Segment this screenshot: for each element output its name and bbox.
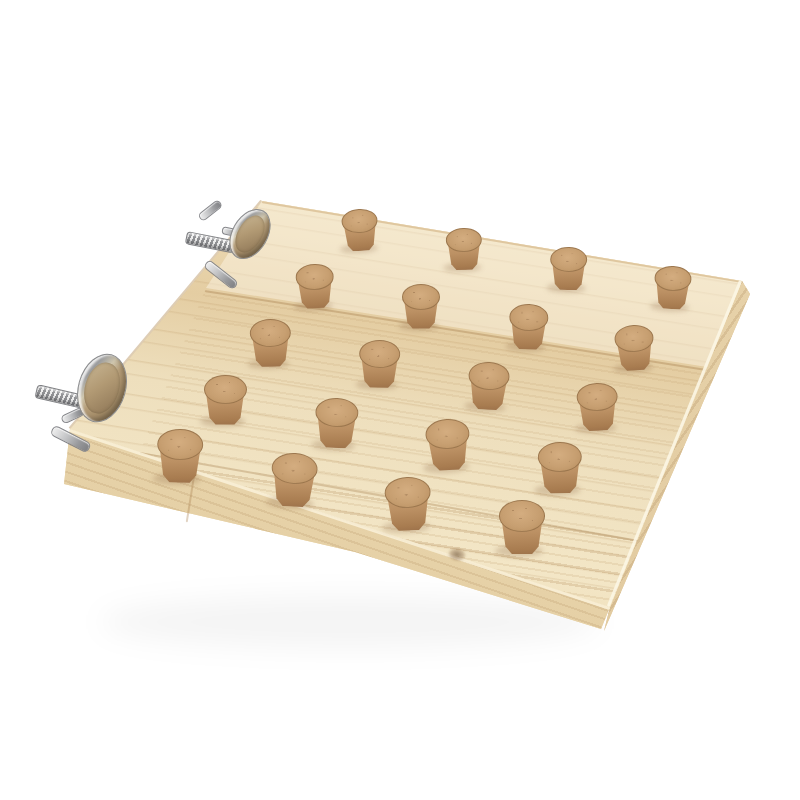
peg-r1c3[interactable]	[549, 246, 587, 290]
peg-r2c4[interactable]	[613, 324, 654, 372]
peg-r1c1[interactable]	[341, 208, 379, 252]
peg-r3c1[interactable]	[249, 319, 291, 368]
peg-r2c3[interactable]	[508, 303, 549, 350]
peg-r5c3[interactable]	[384, 477, 432, 533]
peg-r5c4[interactable]	[499, 500, 545, 554]
peg-r3c3[interactable]	[466, 361, 509, 411]
peg-top-face	[499, 500, 545, 531]
peg-r1c2[interactable]	[446, 228, 483, 271]
peg-r5c1[interactable]	[157, 429, 204, 484]
peg-top-face	[549, 246, 586, 272]
peg-r3c2[interactable]	[358, 340, 400, 389]
peg-r4c4[interactable]	[538, 442, 583, 495]
peg-r4c2[interactable]	[314, 397, 359, 449]
peg-r1c4[interactable]	[652, 265, 691, 311]
wing-bolt-left	[0, 0, 800, 800]
peg-r2c2[interactable]	[402, 284, 440, 329]
wing-nut-hook	[50, 425, 92, 454]
peg-top-face	[508, 303, 548, 331]
peg-r4c1[interactable]	[204, 375, 247, 426]
peg-r5c2[interactable]	[270, 452, 319, 509]
pegboard-scene	[0, 0, 800, 800]
peg-r4c3[interactable]	[425, 418, 472, 472]
washer-disc-face	[79, 359, 125, 418]
peg-r3c4[interactable]	[576, 383, 619, 433]
mounting-hardware-layer	[0, 0, 800, 800]
peg-r2c1[interactable]	[295, 264, 335, 310]
peg-top-face	[402, 284, 440, 310]
peg-top-face	[204, 375, 247, 404]
